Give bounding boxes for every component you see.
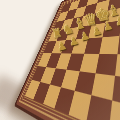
chess-board xyxy=(16,0,120,120)
board-squares xyxy=(25,0,120,120)
photo-scene: ♜♞♝♛♚♝♞♜♟♟♟♟♟♟♟♟ xyxy=(0,0,120,120)
square-f6[interactable] xyxy=(95,54,117,75)
square-f4[interactable] xyxy=(102,21,120,38)
square-f8[interactable] xyxy=(86,95,112,120)
square-f5[interactable] xyxy=(99,36,119,54)
